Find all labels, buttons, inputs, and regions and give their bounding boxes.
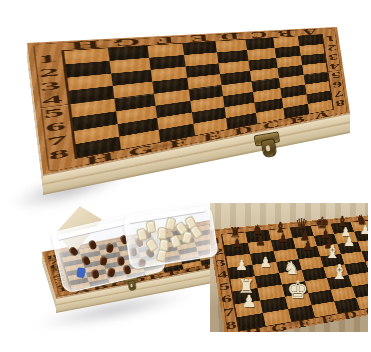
dark-piece-in-bag (117, 256, 125, 266)
coordinate-label: 8 (225, 319, 238, 332)
dark-piece-in-bag (107, 267, 116, 278)
dark-piece-in-bag (106, 243, 114, 253)
white-piece-in-bag (169, 234, 182, 248)
dark-piece-in-bag (99, 256, 107, 266)
white-piece-in-bag (156, 249, 167, 263)
coordinate-label: 7 (222, 306, 235, 319)
dark-piece-in-bag (88, 239, 98, 250)
white-piece-in-bag (145, 238, 159, 253)
coordinate-label: 6 (220, 293, 233, 305)
board-square (237, 313, 266, 331)
clasp-hook (127, 280, 136, 291)
coordinate-label: 4 (216, 269, 228, 280)
chess-set-product-photo: 1234567812345678HGFEDCBAHGFEDCBA 8765432… (0, 0, 371, 352)
dark-piece-in-bag (122, 264, 131, 275)
white-piece-in-bag (165, 217, 177, 231)
clasp-hook (261, 138, 278, 158)
board-square (263, 309, 291, 326)
board-square (288, 305, 315, 322)
board-squares (222, 219, 368, 331)
coordinate-label: 3 (214, 257, 226, 268)
dark-piece-in-bag (91, 269, 100, 279)
dark-piece-in-bag (81, 255, 92, 266)
pieces-photo: 12345678HGFEDCBA ♜♞♝♛♚♝♞♟♟♟♟♟♟♟♟♟♟♟♟♝♞♜♝… (210, 203, 368, 332)
white-piece-in-bag (146, 221, 156, 234)
coordinate-label: 5 (218, 281, 230, 293)
blue-band-in-bag (76, 267, 85, 278)
photo-chessboard: 12345678HGFEDCBA (210, 213, 368, 332)
dark-piece-in-bag (68, 246, 79, 257)
brass-clasp-icon (251, 130, 290, 165)
